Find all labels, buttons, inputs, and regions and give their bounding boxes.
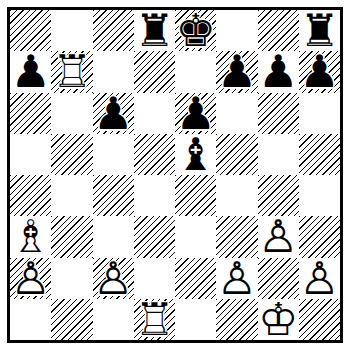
square-g3[interactable]: ♟♙	[258, 216, 299, 257]
square-f7[interactable]: ♟♟	[216, 51, 257, 92]
square-e4[interactable]	[175, 175, 216, 216]
square-c2[interactable]: ♟♙	[93, 258, 134, 299]
square-f2[interactable]: ♟♙	[216, 258, 257, 299]
black-pawn-icon: ♟	[258, 51, 299, 92]
square-b4[interactable]	[51, 175, 92, 216]
square-g7[interactable]: ♟♟	[258, 51, 299, 92]
square-f4[interactable]	[216, 175, 257, 216]
square-d5[interactable]	[134, 134, 175, 175]
square-h6[interactable]	[299, 93, 340, 134]
piece-white-pawn-g3[interactable]: ♟♙	[258, 216, 299, 257]
square-e2[interactable]	[175, 258, 216, 299]
black-pawn-icon: ♟	[216, 51, 257, 92]
square-g6[interactable]	[258, 93, 299, 134]
square-b5[interactable]	[51, 134, 92, 175]
square-f5[interactable]	[216, 134, 257, 175]
white-pawn-icon: ♙	[258, 216, 299, 257]
square-e3[interactable]	[175, 216, 216, 257]
square-d6[interactable]	[134, 93, 175, 134]
square-a6[interactable]	[10, 93, 51, 134]
square-d7[interactable]	[134, 51, 175, 92]
square-d4[interactable]	[134, 175, 175, 216]
square-c8[interactable]	[93, 10, 134, 51]
piece-black-king-e8[interactable]: ♚♚	[175, 10, 216, 51]
square-g1[interactable]: ♚♔	[258, 299, 299, 340]
square-b7[interactable]: ♜♖	[51, 51, 92, 92]
white-pawn-icon: ♙	[216, 258, 257, 299]
black-pawn-icon: ♟	[10, 51, 51, 92]
square-b6[interactable]	[51, 93, 92, 134]
piece-black-pawn-f7[interactable]: ♟♟	[216, 51, 257, 92]
square-h4[interactable]	[299, 175, 340, 216]
black-bishop-icon: ♝	[175, 134, 216, 175]
square-c6[interactable]: ♟♟	[93, 93, 134, 134]
piece-white-pawn-f2[interactable]: ♟♙	[216, 258, 257, 299]
square-h5[interactable]	[299, 134, 340, 175]
white-pawn-icon: ♙	[93, 258, 134, 299]
square-d3[interactable]	[134, 216, 175, 257]
white-pawn-icon: ♙	[299, 258, 340, 299]
black-pawn-icon: ♟	[93, 93, 134, 134]
white-king-icon: ♔	[258, 299, 299, 340]
black-king-icon: ♚	[175, 10, 216, 51]
square-b3[interactable]	[51, 216, 92, 257]
piece-black-bishop-e5[interactable]: ♝♝	[175, 134, 216, 175]
chess-board: ♜♜♚♚♜♜♟♟♜♖♟♟♟♟♟♟♟♟♟♟♝♝♝♗♟♙♟♙♟♙♟♙♟♙♜♖♚♔	[10, 10, 340, 340]
piece-black-pawn-c6[interactable]: ♟♟	[93, 93, 134, 134]
square-c5[interactable]	[93, 134, 134, 175]
piece-white-rook-d1[interactable]: ♜♖	[134, 299, 175, 340]
white-pawn-icon: ♙	[10, 258, 51, 299]
square-e5[interactable]: ♝♝	[175, 134, 216, 175]
black-pawn-icon: ♟	[299, 51, 340, 92]
square-e8[interactable]: ♚♚	[175, 10, 216, 51]
chess-diagram: ♜♜♚♚♜♜♟♟♜♖♟♟♟♟♟♟♟♟♟♟♝♝♝♗♟♙♟♙♟♙♟♙♟♙♜♖♚♔	[0, 0, 350, 350]
square-a1[interactable]	[10, 299, 51, 340]
square-f6[interactable]	[216, 93, 257, 134]
square-f1[interactable]	[216, 299, 257, 340]
piece-black-pawn-a7[interactable]: ♟♟	[10, 51, 51, 92]
square-h1[interactable]	[299, 299, 340, 340]
square-a7[interactable]: ♟♟	[10, 51, 51, 92]
piece-black-pawn-g7[interactable]: ♟♟	[258, 51, 299, 92]
piece-white-rook-b7[interactable]: ♜♖	[51, 51, 92, 92]
piece-white-pawn-h2[interactable]: ♟♙	[299, 258, 340, 299]
square-g5[interactable]	[258, 134, 299, 175]
white-rook-icon: ♖	[134, 299, 175, 340]
piece-white-pawn-a2[interactable]: ♟♙	[10, 258, 51, 299]
square-h7[interactable]: ♟♟	[299, 51, 340, 92]
white-rook-icon: ♖	[51, 51, 92, 92]
square-b2[interactable]	[51, 258, 92, 299]
square-h2[interactable]: ♟♙	[299, 258, 340, 299]
piece-white-pawn-c2[interactable]: ♟♙	[93, 258, 134, 299]
black-rook-icon: ♜	[134, 10, 175, 51]
square-c4[interactable]	[93, 175, 134, 216]
square-b1[interactable]	[51, 299, 92, 340]
square-c1[interactable]	[93, 299, 134, 340]
piece-white-king-g1[interactable]: ♚♔	[258, 299, 299, 340]
piece-black-rook-d8[interactable]: ♜♜	[134, 10, 175, 51]
square-a5[interactable]	[10, 134, 51, 175]
square-a2[interactable]: ♟♙	[10, 258, 51, 299]
square-e1[interactable]	[175, 299, 216, 340]
square-d8[interactable]: ♜♜	[134, 10, 175, 51]
piece-black-pawn-h7[interactable]: ♟♟	[299, 51, 340, 92]
board-frame: ♜♜♚♚♜♜♟♟♜♖♟♟♟♟♟♟♟♟♟♟♝♝♝♗♟♙♟♙♟♙♟♙♟♙♜♖♚♔	[7, 7, 343, 343]
square-d1[interactable]: ♜♖	[134, 299, 175, 340]
